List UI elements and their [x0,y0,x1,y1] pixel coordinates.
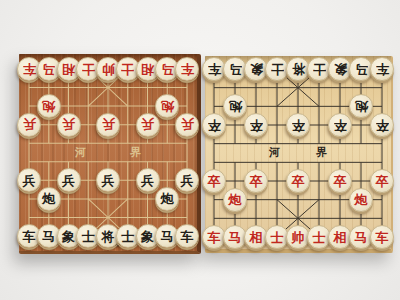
piece-black-soldier[interactable]: 卒 [370,113,394,137]
piece-character: 兵 [23,118,36,131]
piece-red-soldier[interactable]: 卒 [328,169,352,193]
piece-red-chariot[interactable]: 车 [175,57,199,81]
piece-red-soldier[interactable]: 兵 [17,113,41,137]
piece-character: 士 [271,231,284,244]
piece-character: 车 [376,63,389,76]
piece-red-chariot[interactable]: 车 [370,225,394,249]
piece-character: 兵 [23,174,36,187]
scene: 河 界 车马相士帅士相马车炮炮兵兵兵兵兵兵兵兵兵兵炮炮车马象士将士象马车 河 界… [0,0,400,300]
piece-character: 车 [23,63,36,76]
piece-black-soldier[interactable]: 兵 [96,168,120,192]
piece-character: 卒 [292,175,305,188]
piece-character: 车 [181,63,194,76]
piece-character: 兵 [141,174,154,187]
board-grid-area-left: 河 界 车马相士帅士相马车炮炮兵兵兵兵兵兵兵兵兵兵炮炮车马象士将士象马车 [29,69,187,236]
piece-character: 象 [334,63,347,76]
piece-character: 马 [161,230,174,243]
piece-character: 车 [23,230,36,243]
river-label-right: 界 [130,147,141,158]
river-label-right: 界 [316,147,327,158]
piece-black-cannon[interactable]: 炮 [155,187,179,211]
piece-character: 将 [292,63,305,76]
piece-character: 兵 [62,118,75,131]
piece-black-chariot[interactable]: 车 [175,224,199,248]
piece-character: 士 [271,63,284,76]
piece-character: 将 [102,230,115,243]
piece-character: 车 [376,231,389,244]
piece-character: 车 [181,230,194,243]
piece-black-soldier[interactable]: 卒 [244,113,268,137]
piece-character: 帅 [292,231,305,244]
piece-character: 卒 [334,175,347,188]
piece-black-soldier[interactable]: 兵 [57,168,81,192]
piece-black-chariot[interactable]: 车 [370,57,394,81]
piece-character: 卒 [376,175,389,188]
piece-red-soldier[interactable]: 兵 [57,113,81,137]
piece-character: 象 [62,230,75,243]
piece-character: 车 [208,63,221,76]
piece-red-soldier[interactable]: 兵 [136,113,160,137]
xiangqi-board-left: 河 界 车马相士帅士相马车炮炮兵兵兵兵兵兵兵兵兵兵炮炮车马象士将士象马车 [19,54,201,254]
piece-character: 士 [82,230,95,243]
piece-character: 车 [208,231,221,244]
piece-black-cannon[interactable]: 炮 [349,94,373,118]
piece-black-cannon[interactable]: 炮 [223,94,247,118]
piece-character: 马 [355,63,368,76]
piece-character: 炮 [355,193,368,206]
piece-character: 马 [42,230,55,243]
piece-character: 兵 [141,118,154,131]
piece-character: 相 [62,63,75,76]
piece-character: 兵 [102,118,115,131]
piece-character: 炮 [161,100,174,113]
piece-character: 士 [313,231,326,244]
piece-character: 卒 [334,119,347,132]
piece-character: 卒 [292,119,305,132]
piece-black-soldier[interactable]: 兵 [175,168,199,192]
piece-character: 马 [161,63,174,76]
piece-character: 炮 [229,100,242,113]
board-grid-area-right: 河 界 车马象士将士象马车炮炮卒卒卒卒卒卒卒卒卒卒炮炮车马相士帅士相马车 [214,69,382,237]
piece-red-soldier[interactable]: 卒 [286,169,310,193]
piece-character: 士 [313,63,326,76]
piece-character: 卒 [208,175,221,188]
piece-red-soldier[interactable]: 卒 [370,169,394,193]
piece-character: 兵 [181,174,194,187]
piece-character: 士 [121,230,134,243]
piece-character: 卒 [250,175,263,188]
piece-character: 卒 [208,119,221,132]
piece-red-cannon[interactable]: 炮 [37,94,61,118]
piece-character: 炮 [161,192,174,205]
piece-character: 士 [121,63,134,76]
piece-character: 马 [355,231,368,244]
piece-character: 象 [250,63,263,76]
piece-character: 马 [42,63,55,76]
piece-black-soldier[interactable]: 卒 [328,113,352,137]
piece-character: 兵 [102,174,115,187]
piece-black-soldier[interactable]: 兵 [136,168,160,192]
piece-character: 马 [229,231,242,244]
piece-black-soldier[interactable]: 兵 [17,168,41,192]
river-label: 河 界 [29,143,187,162]
piece-red-cannon[interactable]: 炮 [223,188,247,212]
piece-character: 相 [334,231,347,244]
piece-red-soldier[interactable]: 兵 [175,113,199,137]
piece-character: 兵 [181,118,194,131]
piece-character: 炮 [42,100,55,113]
piece-character: 炮 [355,100,368,113]
piece-character: 相 [250,231,263,244]
piece-character: 相 [141,63,154,76]
piece-character: 帅 [102,63,115,76]
piece-character: 士 [82,63,95,76]
piece-character: 象 [141,230,154,243]
piece-black-soldier[interactable]: 卒 [286,113,310,137]
river-label-left: 河 [75,147,86,158]
river-label-left: 河 [269,147,280,158]
piece-red-soldier[interactable]: 卒 [244,169,268,193]
piece-red-cannon[interactable]: 炮 [349,188,373,212]
piece-red-soldier[interactable]: 兵 [96,113,120,137]
piece-black-cannon[interactable]: 炮 [37,187,61,211]
piece-red-soldier[interactable]: 卒 [202,169,226,193]
piece-character: 兵 [62,174,75,187]
piece-character: 炮 [229,193,242,206]
xiangqi-board-right: 河 界 车马象士将士象马车炮炮卒卒卒卒卒卒卒卒卒卒炮炮车马相士帅士相马车 [205,56,393,253]
piece-black-soldier[interactable]: 卒 [202,113,226,137]
piece-character: 马 [229,63,242,76]
piece-character: 卒 [376,119,389,132]
piece-character: 炮 [42,192,55,205]
piece-character: 卒 [250,119,263,132]
river-label: 河 界 [214,144,382,163]
piece-red-cannon[interactable]: 炮 [155,94,179,118]
